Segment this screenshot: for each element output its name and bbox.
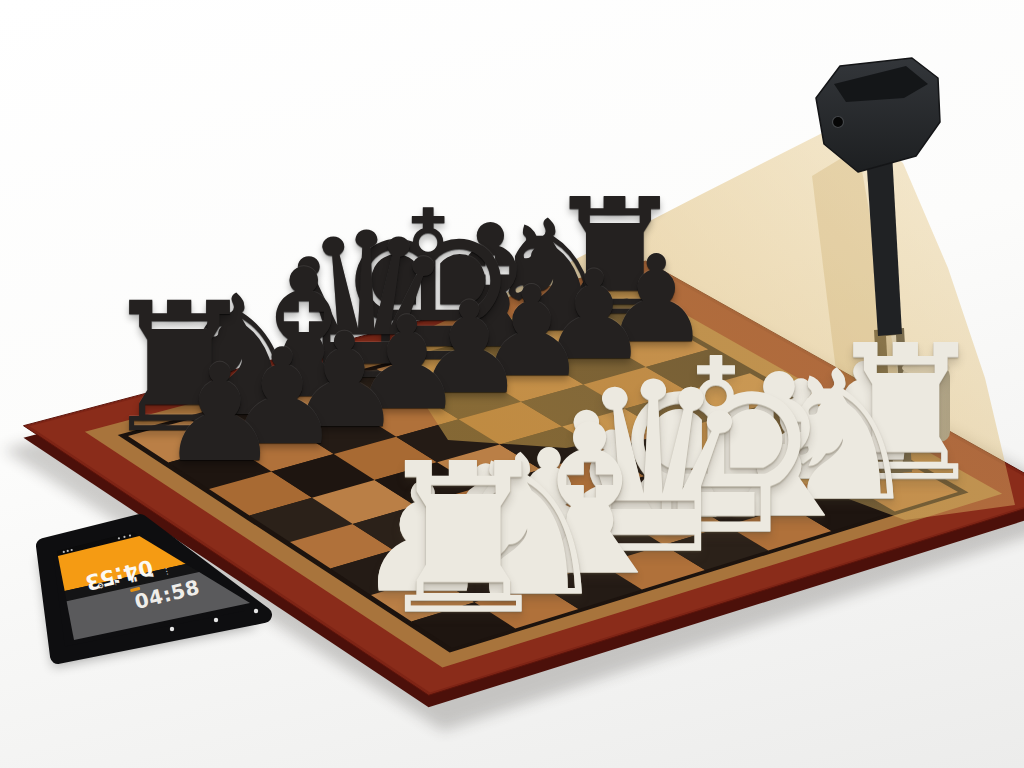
- status-icon: [118, 537, 120, 539]
- status-icon: [123, 536, 125, 538]
- nav-back-icon[interactable]: [170, 627, 174, 631]
- chess-clock-phone: ⚙⚑▮▮◄⋮04:5304:58: [39, 522, 264, 667]
- status-icon: [129, 534, 131, 536]
- scene: ♜♞♝♛♚♝♞♜♟♟♟♟♟♟♟♟♟♟♟♟♟♟♟♟♜♞♝♛♚♝♞♜ ⚙⚑▮▮◄⋮0…: [0, 0, 1024, 768]
- status-icon: [63, 551, 65, 553]
- nav-home-icon[interactable]: [214, 618, 218, 622]
- piece-white-rook-a1[interactable]: ♜: [370, 436, 556, 643]
- status-icon: [71, 549, 73, 551]
- nav-recents-icon[interactable]: [254, 609, 258, 613]
- status-icon: [67, 550, 69, 552]
- camera-lens-icon: [833, 117, 844, 128]
- piece-black-pawn-a7[interactable]: ♟: [160, 347, 281, 482]
